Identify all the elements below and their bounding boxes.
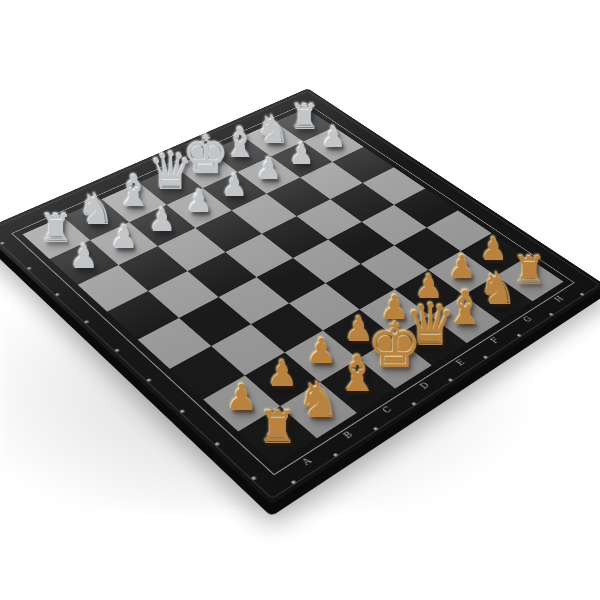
piece-silver-knight-g8[interactable]: ♞ [256,111,290,149]
piece-silver-pawn-f7[interactable]: ♟ [256,155,282,184]
piece-gold-pawn-g2[interactable]: ♟ [448,252,476,284]
product-photo: ABCDEFGH ♜♞♝♛♚♝♞♜♟♟♟♟♟♟♟♟♟♟♟♟♟♟♟♟♜♞♝♚♛♝♞… [0,0,600,600]
piece-silver-pawn-d7[interactable]: ♟ [185,187,212,218]
piece-gold-knight-b1[interactable]: ♞ [297,376,340,424]
piece-gold-pawn-a2[interactable]: ♟ [225,380,257,416]
piece-gold-pawn-b2[interactable]: ♟ [267,357,299,392]
piece-gold-pawn-h2[interactable]: ♟ [480,234,508,265]
piece-silver-pawn-b7[interactable]: ♟ [110,222,138,254]
piece-silver-pawn-c7[interactable]: ♟ [148,204,176,235]
piece-gold-pawn-c2[interactable]: ♟ [306,334,337,369]
piece-silver-pawn-h7[interactable]: ♟ [321,125,346,153]
piece-silver-pawn-e7[interactable]: ♟ [221,171,248,201]
piece-gold-rook-a1[interactable]: ♜ [257,405,297,450]
piece-silver-rook-h8[interactable]: ♜ [290,100,320,134]
piece-silver-rook-a8[interactable]: ♜ [39,210,74,249]
piece-silver-pawn-g7[interactable]: ♟ [289,140,315,169]
piece-gold-bishop-c1[interactable]: ♝ [335,350,379,400]
piece-gold-rook-h1[interactable]: ♜ [512,252,547,291]
piece-silver-pawn-a7[interactable]: ♟ [70,241,99,273]
